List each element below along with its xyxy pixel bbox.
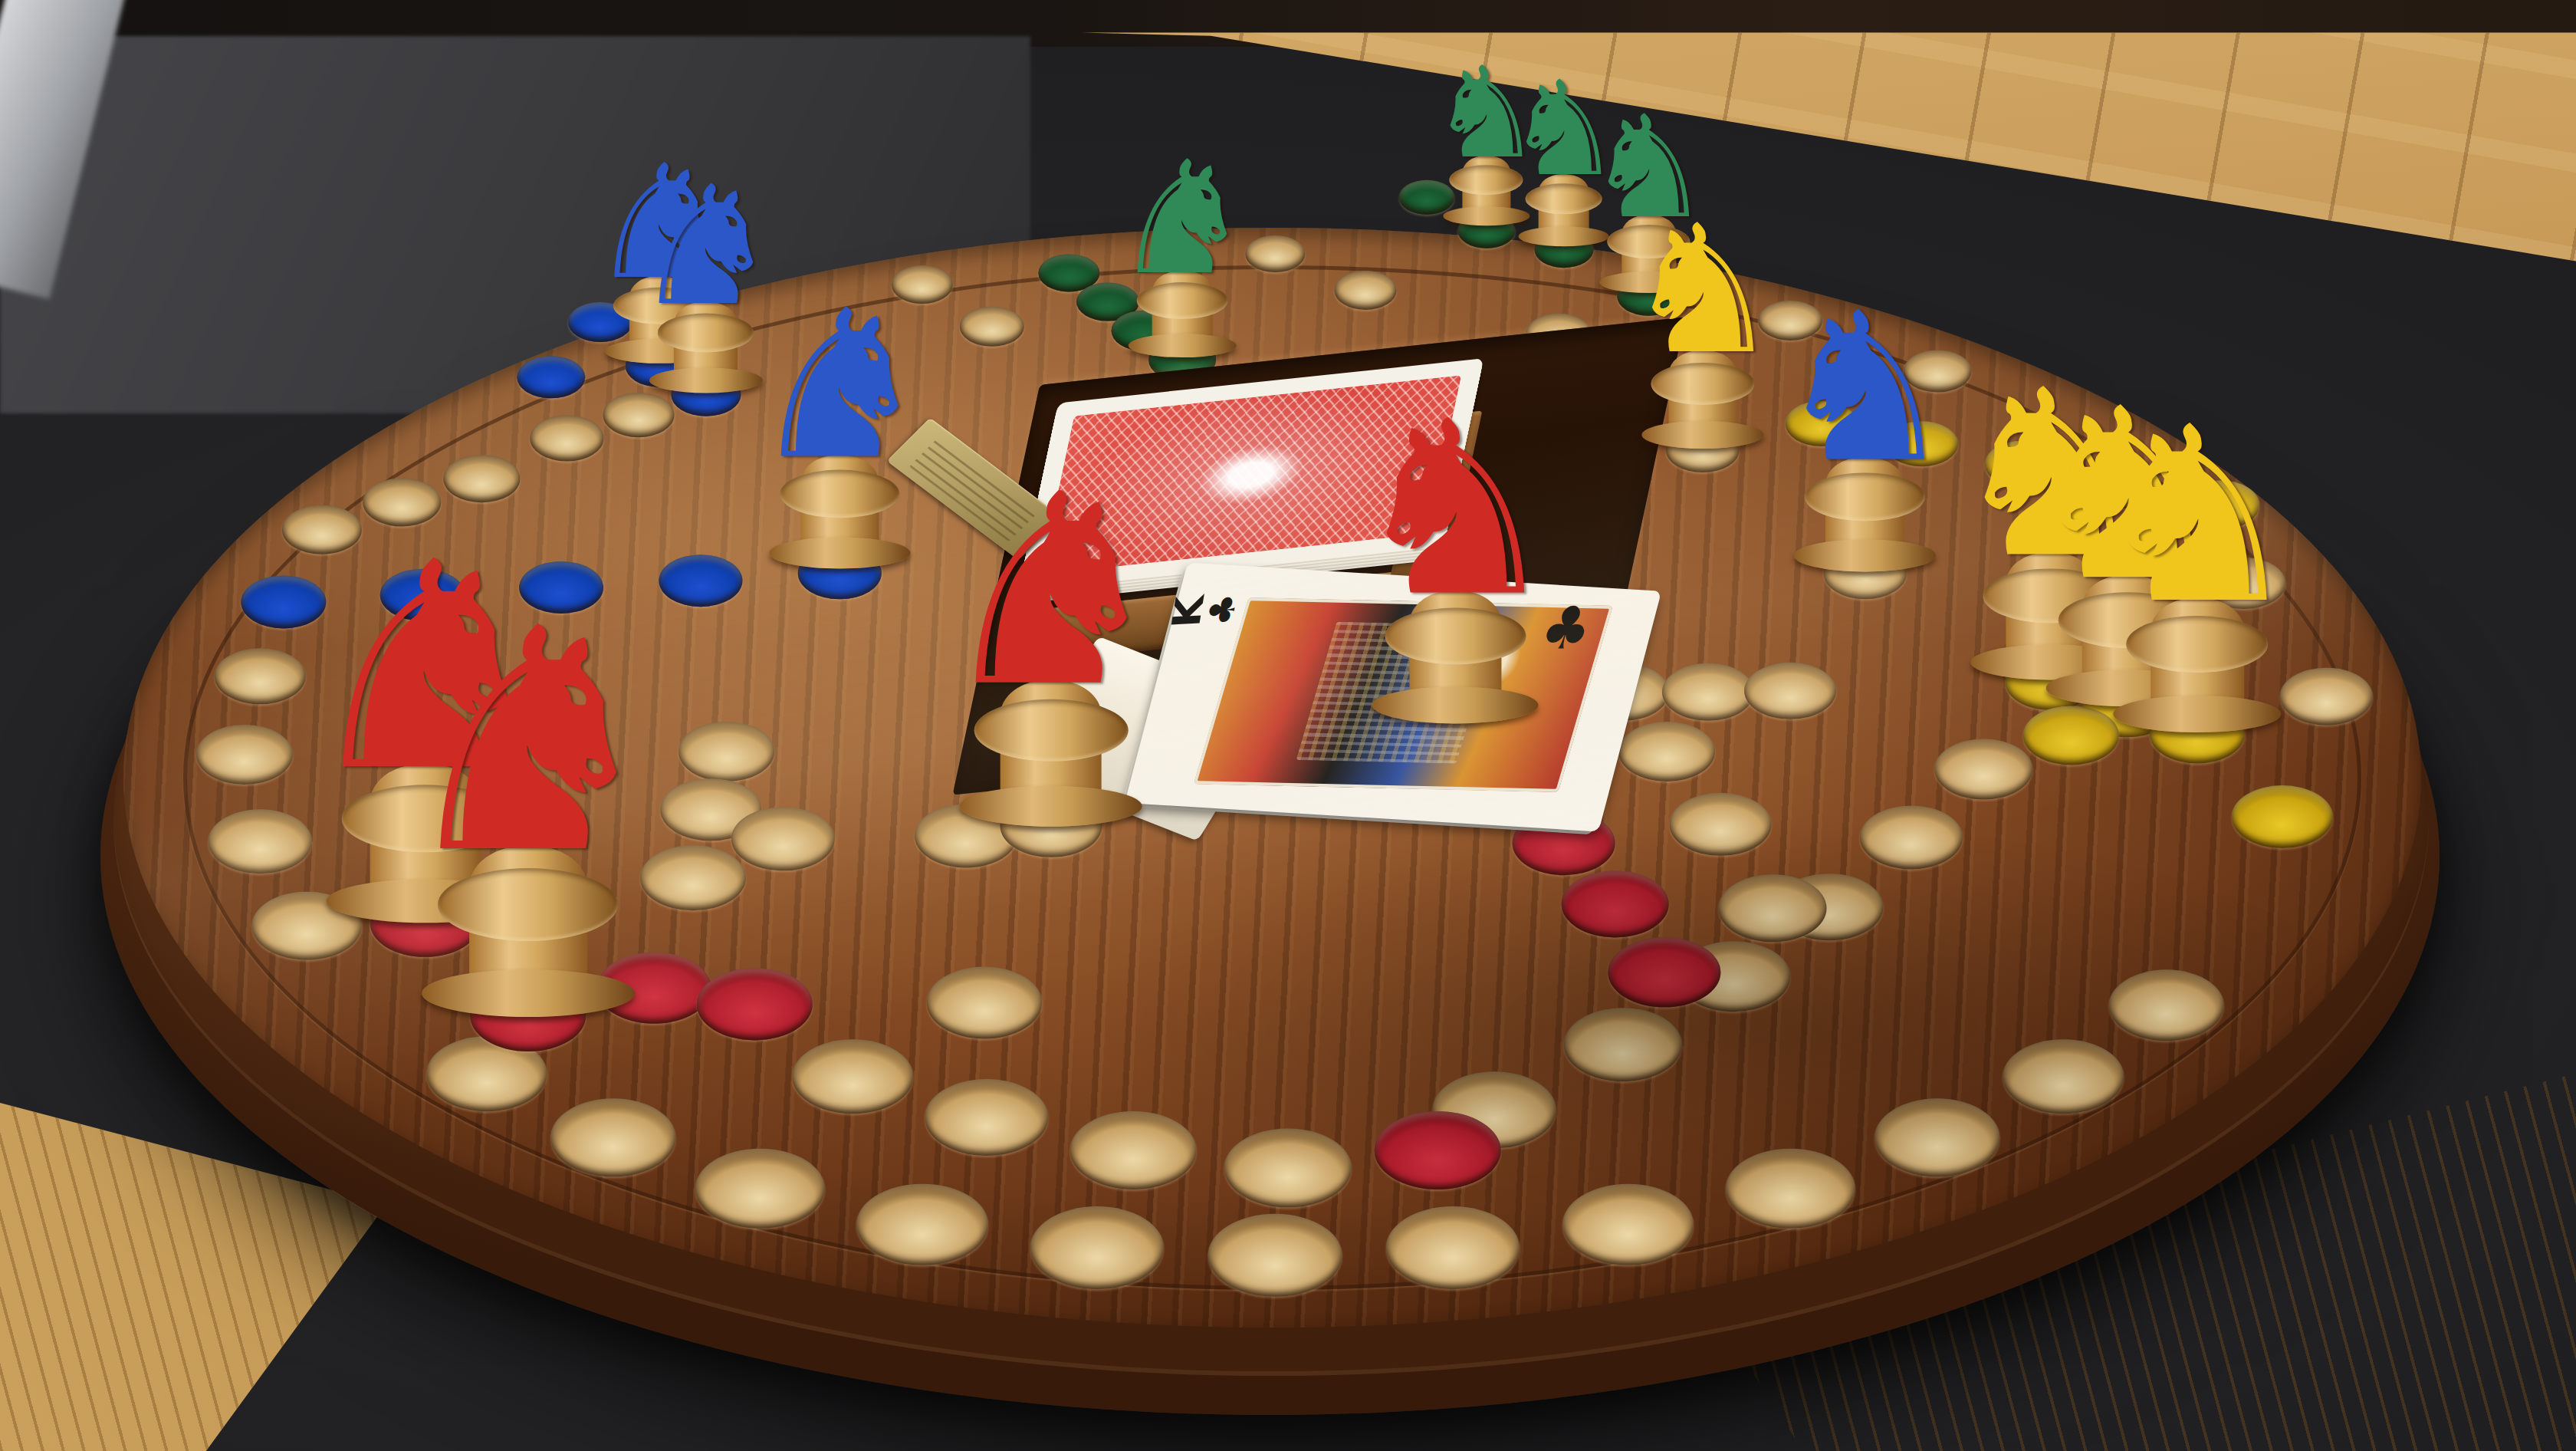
red-horse-peg-start[interactable]: ♞ xyxy=(390,607,666,1004)
blue-horse-peg-track[interactable]: ♞ xyxy=(1773,298,1957,563)
hole-track-natural[interactable] xyxy=(1670,792,1772,855)
card-index: K ♣ xyxy=(1168,593,1242,630)
hole-track-natural[interactable] xyxy=(959,306,1024,346)
hole-track-natural[interactable] xyxy=(695,1148,824,1228)
hole-track-natural[interactable] xyxy=(1934,739,2032,799)
hole-track-natural[interactable] xyxy=(731,807,834,870)
hole-track-natural[interactable] xyxy=(1726,1148,1855,1228)
hole-track-natural[interactable] xyxy=(926,967,1041,1038)
hole-track-natural[interactable] xyxy=(1334,271,1396,309)
hole-track-natural[interactable] xyxy=(1718,875,1826,942)
hole-track-natural[interactable] xyxy=(215,648,306,704)
green-horse-peg-home[interactable]: ♞ xyxy=(1112,150,1253,351)
hole-home-blue[interactable] xyxy=(659,554,742,607)
hole-track-natural[interactable] xyxy=(2003,1039,2124,1114)
hole-track-natural[interactable] xyxy=(1564,1008,1682,1081)
hole-track-natural[interactable] xyxy=(603,393,675,437)
hole-track-natural[interactable] xyxy=(1744,662,1836,719)
hole-track-natural[interactable] xyxy=(1875,1099,1999,1176)
hole-track-natural[interactable] xyxy=(196,725,293,785)
hole-track-natural[interactable] xyxy=(678,722,775,781)
yellow-horse-icon: ♞ xyxy=(2088,410,2305,623)
hole-track-natural[interactable] xyxy=(1860,805,1963,869)
blue-horse-icon: ♞ xyxy=(1773,298,1957,479)
hole-track-natural[interactable] xyxy=(1618,722,1715,781)
hole-home-red[interactable] xyxy=(1608,937,1720,1007)
hole-home-red[interactable] xyxy=(1561,870,1669,937)
hole-track-natural[interactable] xyxy=(1030,1206,1164,1289)
hole-track-natural[interactable] xyxy=(444,456,520,503)
green-horse-icon: ♞ xyxy=(1112,150,1253,287)
hole-door-red[interactable] xyxy=(1375,1111,1501,1189)
blue-horse-icon: ♞ xyxy=(748,296,932,476)
hole-track-natural[interactable] xyxy=(1386,1206,1520,1289)
hole-track-natural[interactable] xyxy=(792,1039,912,1114)
hole-track-natural[interactable] xyxy=(2108,969,2224,1041)
red-horse-icon: ♞ xyxy=(933,475,1170,707)
hole-start-red[interactable] xyxy=(697,969,812,1040)
hole-track-natural[interactable] xyxy=(531,416,603,461)
hole-track-natural[interactable] xyxy=(1662,663,1754,720)
yellow-horse-icon: ♞ xyxy=(1623,212,1782,368)
club-suit-icon: ♣ xyxy=(1204,593,1242,627)
red-horse-icon: ♞ xyxy=(1348,403,1563,615)
hole-start-yellow[interactable] xyxy=(2232,785,2333,848)
hole-track-natural[interactable] xyxy=(1562,1184,1694,1266)
blue-horse-peg-home[interactable]: ♞ xyxy=(748,296,932,561)
red-horse-icon: ♞ xyxy=(390,607,666,877)
yellow-horse-peg-track[interactable]: ♞ xyxy=(1623,212,1782,441)
hole-track-natural[interactable] xyxy=(1224,1128,1352,1207)
red-horse-peg-home[interactable]: ♞ xyxy=(1348,403,1563,714)
hole-track-natural[interactable] xyxy=(925,1079,1048,1156)
hole-track-natural[interactable] xyxy=(1070,1111,1197,1189)
red-horse-peg-track[interactable]: ♞ xyxy=(933,475,1170,815)
hole-track-natural[interactable] xyxy=(856,1184,988,1266)
hole-track-natural[interactable] xyxy=(1208,1213,1342,1296)
yellow-horse-peg-start[interactable]: ♞ xyxy=(2088,410,2305,722)
hole-track-natural[interactable] xyxy=(550,1099,675,1176)
photo-of-board-game-scene: K ♣ ♞♞♞♞♞♞♞♞♞♞♞♞♞♞♞♞ xyxy=(0,0,2576,1451)
hole-track-natural[interactable] xyxy=(1245,235,1304,272)
